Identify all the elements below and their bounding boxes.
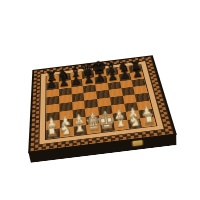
piece-black-pawn[interactable]: ♟ <box>70 74 82 87</box>
square-g1[interactable]: ♞ <box>127 118 142 128</box>
square-e7[interactable]: ♟ <box>94 76 107 84</box>
board-grid: ♜♞♝♛♚♝♞♜♟♟♟♟♟♟♟♟♟♟♟♟♟♟♟♟♜♞♝♛♚♝♞♜ <box>45 64 157 140</box>
square-e5[interactable] <box>96 90 110 99</box>
square-d7[interactable]: ♟ <box>82 77 95 85</box>
square-a1[interactable]: ♜ <box>46 128 60 139</box>
inner-border-band: ♜♞♝♛♚♝♞♜♟♟♟♟♟♟♟♟♟♟♟♟♟♟♟♟♜♞♝♛♚♝♞♜ <box>38 61 165 146</box>
piece-white-rook[interactable]: ♜ <box>141 112 155 128</box>
square-b7[interactable]: ♟ <box>59 80 71 88</box>
chess-board: ♜♞♝♛♚♝♞♜♟♟♟♟♟♟♟♟♟♟♟♟♟♟♟♟♜♞♝♛♚♝♞♜ <box>28 55 177 153</box>
square-f7[interactable]: ♟ <box>106 74 119 82</box>
square-h1[interactable]: ♜ <box>140 117 156 127</box>
square-f1[interactable]: ♝ <box>113 120 128 130</box>
product-photo-canvas: ♜♞♝♛♚♝♞♜♟♟♟♟♟♟♟♟♟♟♟♟♟♟♟♟♜♞♝♛♚♝♞♜ <box>0 0 200 200</box>
piece-black-pawn[interactable]: ♟ <box>107 70 119 83</box>
square-h7[interactable]: ♟ <box>130 71 144 79</box>
board-perspective-wrapper: ♜♞♝♛♚♝♞♜♟♟♟♟♟♟♟♟♟♟♟♟♟♟♟♟♜♞♝♛♚♝♞♜ <box>22 24 171 173</box>
piece-black-pawn[interactable]: ♟ <box>46 77 58 90</box>
square-f5[interactable] <box>108 88 122 97</box>
piece-white-rook[interactable]: ♜ <box>45 123 59 139</box>
square-c7[interactable]: ♟ <box>70 79 83 87</box>
square-a7[interactable]: ♟ <box>47 82 59 91</box>
piece-black-pawn[interactable]: ♟ <box>95 71 107 84</box>
piece-black-pawn[interactable]: ♟ <box>119 68 131 81</box>
square-g7[interactable]: ♟ <box>118 73 131 81</box>
brass-clasp <box>132 140 142 146</box>
square-c5[interactable] <box>71 93 84 102</box>
square-h5[interactable] <box>133 85 147 94</box>
square-b5[interactable] <box>59 95 72 104</box>
piece-white-knight[interactable]: ♞ <box>127 112 142 129</box>
piece-black-pawn[interactable]: ♟ <box>131 67 143 80</box>
square-d5[interactable] <box>84 91 97 100</box>
piece-black-pawn[interactable]: ♟ <box>83 73 95 86</box>
square-d4[interactable] <box>84 99 98 108</box>
square-a5[interactable] <box>46 96 59 105</box>
piece-black-pawn[interactable]: ♟ <box>58 76 70 89</box>
